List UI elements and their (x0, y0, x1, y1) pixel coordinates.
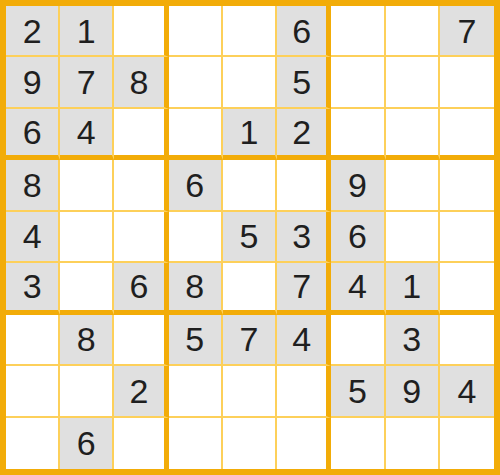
cell-r2c4[interactable] (169, 57, 223, 108)
given-digit: 6 (130, 269, 149, 303)
cell-r3c6: 2 (277, 109, 331, 160)
given-digit: 6 (348, 219, 367, 253)
cell-r1c6: 6 (277, 6, 331, 57)
cell-r9c5[interactable] (223, 418, 277, 469)
given-digit: 7 (240, 322, 259, 356)
given-digit: 1 (77, 14, 96, 48)
cell-r2c8[interactable] (386, 57, 440, 108)
cell-r2c3: 8 (114, 57, 168, 108)
given-digit: 2 (292, 115, 311, 149)
cell-r7c2: 8 (60, 315, 114, 366)
given-digit: 3 (23, 269, 42, 303)
cell-r1c7[interactable] (331, 6, 385, 57)
given-digit: 9 (348, 168, 367, 202)
cell-r4c6[interactable] (277, 160, 331, 211)
given-digit: 6 (185, 168, 204, 202)
given-digit: 7 (457, 14, 476, 48)
cell-r5c5: 5 (223, 212, 277, 263)
cell-r8c4[interactable] (169, 366, 223, 417)
cell-r3c9[interactable] (440, 109, 494, 160)
cell-r6c6: 7 (277, 263, 331, 314)
cell-r6c4: 8 (169, 263, 223, 314)
cell-r8c5[interactable] (223, 366, 277, 417)
cell-r4c2[interactable] (60, 160, 114, 211)
cell-r4c1: 8 (6, 160, 60, 211)
cell-r5c3[interactable] (114, 212, 168, 263)
cell-r2c1: 9 (6, 57, 60, 108)
cell-r8c8: 9 (386, 366, 440, 417)
given-digit: 4 (348, 269, 367, 303)
cell-r4c9[interactable] (440, 160, 494, 211)
cell-r6c2[interactable] (60, 263, 114, 314)
cell-r3c8[interactable] (386, 109, 440, 160)
cell-r5c2[interactable] (60, 212, 114, 263)
cell-r8c2[interactable] (60, 366, 114, 417)
cell-r3c7[interactable] (331, 109, 385, 160)
cell-r7c9[interactable] (440, 315, 494, 366)
given-digit: 6 (292, 14, 311, 48)
cell-r7c3[interactable] (114, 315, 168, 366)
cell-r6c5[interactable] (223, 263, 277, 314)
cell-r9c8[interactable] (386, 418, 440, 469)
cell-r8c7: 5 (331, 366, 385, 417)
given-digit: 8 (23, 168, 42, 202)
given-digit: 7 (292, 269, 311, 303)
cell-r4c3[interactable] (114, 160, 168, 211)
cell-r4c4: 6 (169, 160, 223, 211)
given-digit: 5 (292, 65, 311, 99)
given-digit: 3 (292, 219, 311, 253)
given-digit: 5 (185, 322, 204, 356)
given-digit: 7 (77, 65, 96, 99)
cell-r3c2: 4 (60, 109, 114, 160)
cell-r7c4: 5 (169, 315, 223, 366)
cell-r8c3: 2 (114, 366, 168, 417)
cell-r8c9: 4 (440, 366, 494, 417)
cell-r5c7: 6 (331, 212, 385, 263)
cell-r7c8: 3 (386, 315, 440, 366)
given-digit: 9 (402, 374, 421, 408)
cell-r1c9: 7 (440, 6, 494, 57)
given-digit: 3 (402, 322, 421, 356)
cell-r2c5[interactable] (223, 57, 277, 108)
given-digit: 1 (240, 115, 259, 149)
cell-r5c1: 4 (6, 212, 60, 263)
cell-r7c5: 7 (223, 315, 277, 366)
cell-r3c1: 6 (6, 109, 60, 160)
cell-r9c6[interactable] (277, 418, 331, 469)
given-digit: 6 (23, 115, 42, 149)
given-digit: 8 (130, 65, 149, 99)
cell-r2c7[interactable] (331, 57, 385, 108)
given-digit: 9 (23, 65, 42, 99)
cell-r1c8[interactable] (386, 6, 440, 57)
cell-r9c1[interactable] (6, 418, 60, 469)
cell-r9c7[interactable] (331, 418, 385, 469)
cell-r1c4[interactable] (169, 6, 223, 57)
cell-r3c4[interactable] (169, 109, 223, 160)
cell-r7c7[interactable] (331, 315, 385, 366)
given-digit: 4 (457, 374, 476, 408)
cell-r4c8[interactable] (386, 160, 440, 211)
cell-r9c4[interactable] (169, 418, 223, 469)
given-digit: 4 (292, 322, 311, 356)
cell-r1c5[interactable] (223, 6, 277, 57)
cell-r6c8: 1 (386, 263, 440, 314)
cell-r2c9[interactable] (440, 57, 494, 108)
cell-r3c5: 1 (223, 109, 277, 160)
cell-r5c8[interactable] (386, 212, 440, 263)
cell-r5c6: 3 (277, 212, 331, 263)
cell-r9c3[interactable] (114, 418, 168, 469)
cell-r4c7: 9 (331, 160, 385, 211)
cell-r7c1[interactable] (6, 315, 60, 366)
given-digit: 4 (77, 115, 96, 149)
given-digit: 1 (402, 269, 421, 303)
given-digit: 6 (77, 426, 96, 460)
cell-r9c9[interactable] (440, 418, 494, 469)
cell-r1c3[interactable] (114, 6, 168, 57)
cell-r8c6[interactable] (277, 366, 331, 417)
given-digit: 8 (77, 322, 96, 356)
cell-r7c6: 4 (277, 315, 331, 366)
cell-r5c4[interactable] (169, 212, 223, 263)
cell-r4c5[interactable] (223, 160, 277, 211)
cell-r5c9[interactable] (440, 212, 494, 263)
cell-r6c7: 4 (331, 263, 385, 314)
given-digit: 5 (240, 219, 259, 253)
cell-r6c3: 6 (114, 263, 168, 314)
cell-r6c9[interactable] (440, 263, 494, 314)
given-digit: 5 (348, 374, 367, 408)
cell-r8c1[interactable] (6, 366, 60, 417)
given-digit: 4 (23, 219, 42, 253)
cell-r6c1: 3 (6, 263, 60, 314)
cell-r2c6: 5 (277, 57, 331, 108)
given-digit: 2 (130, 374, 149, 408)
sudoku-board: 21679785641286945363687418574325946 (0, 0, 500, 475)
cell-r3c3[interactable] (114, 109, 168, 160)
given-digit: 2 (23, 14, 42, 48)
cell-r1c1: 2 (6, 6, 60, 57)
given-digit: 8 (185, 269, 204, 303)
cell-r9c2: 6 (60, 418, 114, 469)
cell-r1c2: 1 (60, 6, 114, 57)
cell-r2c2: 7 (60, 57, 114, 108)
